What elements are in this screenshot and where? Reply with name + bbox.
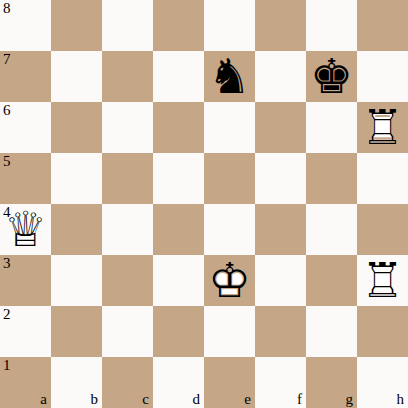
rank-label-6: 6 (3, 103, 11, 118)
square-f7[interactable] (255, 51, 306, 102)
square-c7[interactable] (102, 51, 153, 102)
square-g8[interactable] (306, 0, 357, 51)
square-h5[interactable] (357, 153, 408, 204)
white-king[interactable]: ♚♔ (204, 255, 255, 306)
square-a7[interactable]: 7 (0, 51, 51, 102)
square-e3[interactable]: ♚♔ (204, 255, 255, 306)
square-g3[interactable] (306, 255, 357, 306)
square-f2[interactable] (255, 306, 306, 357)
square-h1[interactable]: h (357, 357, 408, 408)
square-b3[interactable] (51, 255, 102, 306)
square-h7[interactable] (357, 51, 408, 102)
square-h8[interactable] (357, 0, 408, 51)
square-d7[interactable] (153, 51, 204, 102)
square-h2[interactable] (357, 306, 408, 357)
square-c8[interactable] (102, 0, 153, 51)
rank-label-5: 5 (3, 154, 11, 169)
square-e4[interactable] (204, 204, 255, 255)
square-c2[interactable] (102, 306, 153, 357)
square-f5[interactable] (255, 153, 306, 204)
square-a2[interactable]: 2 (0, 306, 51, 357)
square-b4[interactable] (51, 204, 102, 255)
square-h4[interactable] (357, 204, 408, 255)
file-label-e: e (244, 392, 251, 407)
square-e5[interactable] (204, 153, 255, 204)
square-e6[interactable] (204, 102, 255, 153)
file-label-d: d (193, 392, 201, 407)
square-d2[interactable] (153, 306, 204, 357)
square-b5[interactable] (51, 153, 102, 204)
square-b1[interactable]: b (51, 357, 102, 408)
square-h3[interactable]: ♜♖ (357, 255, 408, 306)
square-f6[interactable] (255, 102, 306, 153)
square-d8[interactable] (153, 0, 204, 51)
file-label-h: h (397, 392, 405, 407)
square-e2[interactable] (204, 306, 255, 357)
square-d5[interactable] (153, 153, 204, 204)
square-c4[interactable] (102, 204, 153, 255)
square-e7[interactable]: ♞ (204, 51, 255, 102)
rank-label-2: 2 (3, 307, 11, 322)
white-queen-outline: ♕ (0, 204, 51, 255)
square-a5[interactable]: 5 (0, 153, 51, 204)
square-a4[interactable]: 4♛♕ (0, 204, 51, 255)
file-label-c: c (142, 392, 149, 407)
square-g7[interactable]: ♚ (306, 51, 357, 102)
white-rook-outline: ♖ (357, 255, 408, 306)
square-g2[interactable] (306, 306, 357, 357)
square-f1[interactable]: f (255, 357, 306, 408)
file-label-f: f (297, 392, 302, 407)
square-b2[interactable] (51, 306, 102, 357)
square-g4[interactable] (306, 204, 357, 255)
square-g5[interactable] (306, 153, 357, 204)
square-g1[interactable]: g (306, 357, 357, 408)
white-rook[interactable]: ♜♖ (357, 102, 408, 153)
white-queen[interactable]: ♛♕ (0, 204, 51, 255)
square-b6[interactable] (51, 102, 102, 153)
chess-board: 87♞♚6♜♖54♛♕3♚♔♜♖21abcdefgh (0, 0, 408, 408)
square-d6[interactable] (153, 102, 204, 153)
square-a6[interactable]: 6 (0, 102, 51, 153)
square-a1[interactable]: 1a (0, 357, 51, 408)
square-a8[interactable]: 8 (0, 0, 51, 51)
white-rook[interactable]: ♜♖ (357, 255, 408, 306)
white-king-outline: ♔ (204, 255, 255, 306)
white-rook-outline: ♖ (357, 102, 408, 153)
square-a3[interactable]: 3 (0, 255, 51, 306)
square-c1[interactable]: c (102, 357, 153, 408)
square-b8[interactable] (51, 0, 102, 51)
file-label-g: g (346, 392, 354, 407)
square-f3[interactable] (255, 255, 306, 306)
black-king[interactable]: ♚ (306, 51, 357, 102)
square-f4[interactable] (255, 204, 306, 255)
file-label-a: a (40, 392, 47, 407)
square-d1[interactable]: d (153, 357, 204, 408)
file-label-b: b (91, 392, 99, 407)
square-d4[interactable] (153, 204, 204, 255)
square-b7[interactable] (51, 51, 102, 102)
square-g6[interactable] (306, 102, 357, 153)
square-f8[interactable] (255, 0, 306, 51)
rank-label-8: 8 (3, 1, 11, 16)
square-e1[interactable]: e (204, 357, 255, 408)
rank-label-1: 1 (3, 358, 11, 373)
square-c3[interactable] (102, 255, 153, 306)
rank-label-7: 7 (3, 52, 11, 67)
square-h6[interactable]: ♜♖ (357, 102, 408, 153)
rank-label-3: 3 (3, 256, 11, 271)
square-c6[interactable] (102, 102, 153, 153)
square-e8[interactable] (204, 0, 255, 51)
black-knight[interactable]: ♞ (204, 51, 255, 102)
square-c5[interactable] (102, 153, 153, 204)
square-d3[interactable] (153, 255, 204, 306)
